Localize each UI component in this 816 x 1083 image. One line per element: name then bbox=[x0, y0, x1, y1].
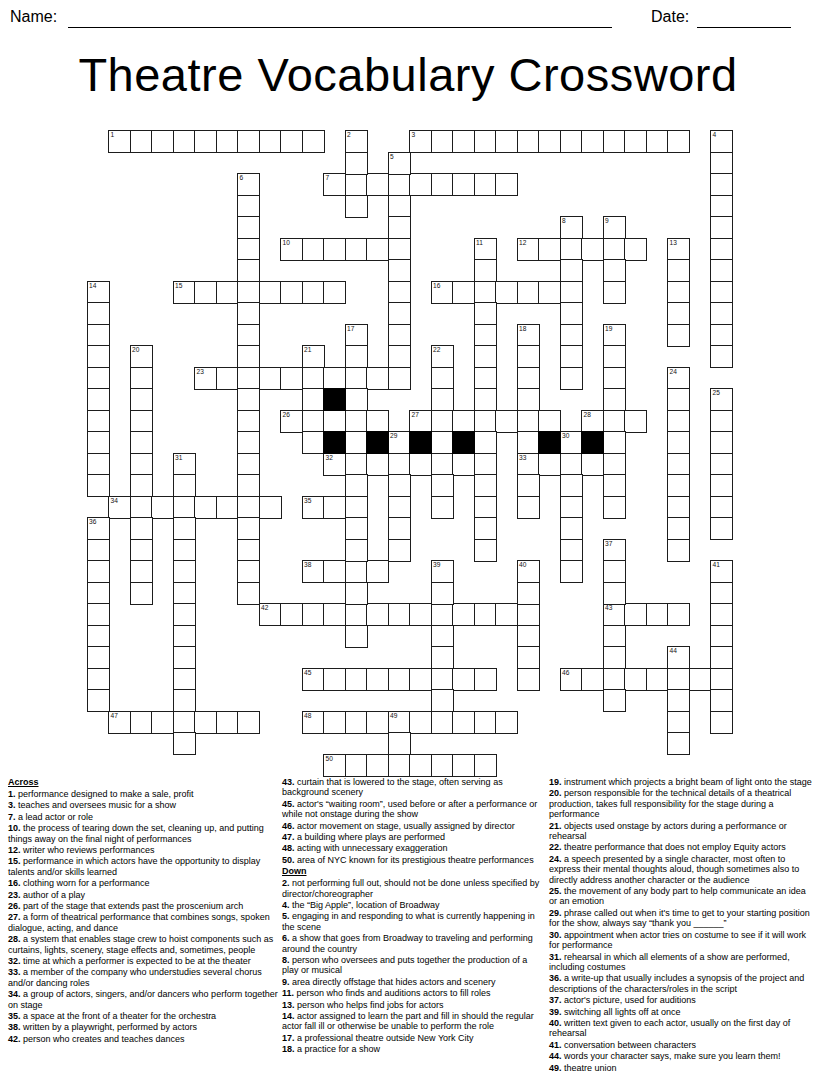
grid-cell[interactable] bbox=[474, 302, 497, 325]
grid-cell[interactable] bbox=[302, 603, 325, 626]
grid-cell[interactable] bbox=[495, 603, 518, 626]
grid-cell[interactable] bbox=[237, 367, 260, 390]
grid-cell[interactable] bbox=[667, 130, 690, 153]
grid-cell[interactable] bbox=[474, 711, 497, 734]
grid-cell[interactable] bbox=[710, 646, 733, 669]
grid-cell[interactable] bbox=[431, 367, 454, 390]
grid-cell[interactable] bbox=[323, 496, 346, 519]
grid-cell[interactable] bbox=[173, 646, 196, 669]
grid-cell[interactable] bbox=[130, 539, 153, 562]
grid-cell[interactable] bbox=[474, 345, 497, 368]
grid-cell[interactable] bbox=[237, 453, 260, 476]
grid-cell[interactable] bbox=[431, 130, 454, 153]
grid-cell[interactable] bbox=[667, 517, 690, 540]
grid-cell[interactable] bbox=[495, 173, 518, 196]
grid-cell[interactable] bbox=[237, 302, 260, 325]
name-blank-line[interactable] bbox=[68, 9, 612, 28]
grid-cell[interactable] bbox=[323, 410, 346, 433]
grid-cell[interactable] bbox=[517, 668, 540, 691]
grid-cell[interactable] bbox=[259, 281, 282, 304]
grid-cell[interactable] bbox=[431, 453, 454, 476]
grid-cell[interactable] bbox=[237, 496, 260, 519]
grid-cell[interactable] bbox=[237, 539, 260, 562]
grid-cell[interactable] bbox=[173, 689, 196, 712]
grid-cell[interactable]: 50 bbox=[323, 754, 346, 777]
grid-cell[interactable] bbox=[173, 668, 196, 691]
grid-cell[interactable] bbox=[388, 539, 411, 562]
grid-cell[interactable] bbox=[87, 345, 110, 368]
grid-cell[interactable]: 39 bbox=[431, 560, 454, 583]
grid-cell[interactable] bbox=[431, 496, 454, 519]
grid-cell[interactable]: 37 bbox=[603, 539, 626, 562]
grid-cell[interactable] bbox=[517, 345, 540, 368]
grid-cell[interactable] bbox=[366, 410, 389, 433]
grid-cell[interactable] bbox=[87, 603, 110, 626]
grid-cell[interactable] bbox=[388, 302, 411, 325]
grid-cell[interactable] bbox=[603, 453, 626, 476]
grid-cell[interactable] bbox=[173, 625, 196, 648]
grid-cell[interactable] bbox=[345, 474, 368, 497]
grid-cell[interactable] bbox=[345, 539, 368, 562]
grid-cell[interactable] bbox=[603, 259, 626, 282]
grid-cell[interactable] bbox=[710, 668, 733, 691]
grid-cell[interactable] bbox=[581, 238, 604, 261]
grid-cell[interactable] bbox=[603, 582, 626, 605]
grid-cell[interactable] bbox=[87, 367, 110, 390]
grid-cell[interactable] bbox=[495, 410, 518, 433]
grid-cell[interactable] bbox=[323, 238, 346, 261]
grid-cell[interactable] bbox=[302, 238, 325, 261]
grid-cell[interactable] bbox=[87, 388, 110, 411]
grid-cell[interactable] bbox=[388, 668, 411, 691]
grid-cell[interactable] bbox=[130, 388, 153, 411]
grid-cell[interactable] bbox=[710, 152, 733, 175]
grid-cell[interactable] bbox=[517, 646, 540, 669]
grid-cell[interactable] bbox=[603, 668, 626, 691]
grid-cell[interactable] bbox=[130, 431, 153, 454]
grid-cell[interactable] bbox=[87, 474, 110, 497]
grid-cell[interactable] bbox=[87, 560, 110, 583]
grid-cell[interactable] bbox=[667, 603, 690, 626]
grid-cell[interactable] bbox=[323, 367, 346, 390]
grid-cell[interactable] bbox=[345, 625, 368, 648]
grid-cell[interactable]: 23 bbox=[194, 367, 217, 390]
grid-cell[interactable]: 15 bbox=[173, 281, 196, 304]
grid-cell[interactable] bbox=[710, 689, 733, 712]
grid-cell[interactable] bbox=[366, 711, 389, 734]
grid-cell[interactable] bbox=[345, 517, 368, 540]
grid-cell[interactable] bbox=[345, 711, 368, 734]
grid-cell[interactable] bbox=[710, 173, 733, 196]
grid-cell[interactable] bbox=[710, 259, 733, 282]
grid-cell[interactable] bbox=[710, 324, 733, 347]
grid-cell[interactable]: 45 bbox=[302, 668, 325, 691]
grid-cell[interactable] bbox=[517, 130, 540, 153]
grid-cell[interactable] bbox=[173, 603, 196, 626]
grid-cell[interactable] bbox=[87, 668, 110, 691]
grid-cell[interactable]: 47 bbox=[108, 711, 131, 734]
grid-cell[interactable] bbox=[474, 281, 497, 304]
grid-cell[interactable] bbox=[517, 603, 540, 626]
grid-cell[interactable] bbox=[646, 668, 669, 691]
grid-cell[interactable]: 3 bbox=[409, 130, 432, 153]
grid-cell[interactable] bbox=[624, 603, 647, 626]
grid-cell[interactable]: 49 bbox=[388, 711, 411, 734]
grid-cell[interactable] bbox=[474, 474, 497, 497]
grid-cell[interactable] bbox=[366, 560, 389, 583]
grid-cell[interactable] bbox=[474, 324, 497, 347]
grid-cell[interactable] bbox=[345, 453, 368, 476]
grid-cell[interactable] bbox=[560, 474, 583, 497]
grid-cell[interactable]: 13 bbox=[667, 238, 690, 261]
grid-cell[interactable] bbox=[173, 474, 196, 497]
grid-cell[interactable] bbox=[388, 732, 411, 755]
grid-cell[interactable]: 10 bbox=[280, 238, 303, 261]
grid-cell[interactable] bbox=[388, 496, 411, 519]
grid-cell[interactable] bbox=[366, 603, 389, 626]
grid-cell[interactable] bbox=[345, 668, 368, 691]
grid-cell[interactable] bbox=[302, 367, 325, 390]
grid-cell[interactable] bbox=[538, 410, 561, 433]
grid-cell[interactable] bbox=[388, 754, 411, 777]
grid-cell[interactable] bbox=[710, 582, 733, 605]
grid-cell[interactable] bbox=[517, 367, 540, 390]
grid-cell[interactable] bbox=[431, 388, 454, 411]
grid-cell[interactable]: 25 bbox=[710, 388, 733, 411]
grid-cell[interactable] bbox=[366, 453, 389, 476]
grid-cell[interactable] bbox=[560, 302, 583, 325]
grid-cell[interactable] bbox=[452, 453, 475, 476]
grid-cell[interactable]: 2 bbox=[345, 130, 368, 153]
grid-cell[interactable] bbox=[323, 560, 346, 583]
grid-cell[interactable] bbox=[87, 646, 110, 669]
grid-cell[interactable] bbox=[452, 603, 475, 626]
grid-cell[interactable] bbox=[302, 410, 325, 433]
grid-cell[interactable] bbox=[323, 281, 346, 304]
grid-cell[interactable] bbox=[603, 238, 626, 261]
grid-cell[interactable] bbox=[345, 431, 368, 454]
grid-cell[interactable] bbox=[87, 431, 110, 454]
grid-cell[interactable] bbox=[667, 388, 690, 411]
grid-cell[interactable] bbox=[560, 324, 583, 347]
grid-cell[interactable] bbox=[603, 130, 626, 153]
grid-cell[interactable] bbox=[560, 517, 583, 540]
grid-cell[interactable]: 14 bbox=[87, 281, 110, 304]
grid-cell[interactable] bbox=[259, 496, 282, 519]
grid-cell[interactable] bbox=[130, 367, 153, 390]
grid-cell[interactable] bbox=[388, 603, 411, 626]
grid-cell[interactable]: 41 bbox=[710, 560, 733, 583]
grid-cell[interactable] bbox=[667, 410, 690, 433]
grid-cell[interactable] bbox=[603, 431, 626, 454]
grid-cell[interactable] bbox=[474, 754, 497, 777]
grid-cell[interactable] bbox=[302, 281, 325, 304]
grid-cell[interactable] bbox=[87, 582, 110, 605]
grid-cell[interactable] bbox=[130, 711, 153, 734]
grid-cell[interactable] bbox=[280, 130, 303, 153]
grid-cell[interactable] bbox=[323, 711, 346, 734]
grid-cell[interactable] bbox=[194, 496, 217, 519]
grid-cell[interactable]: 48 bbox=[302, 711, 325, 734]
grid-cell[interactable] bbox=[667, 281, 690, 304]
grid-cell[interactable] bbox=[710, 238, 733, 261]
grid-cell[interactable] bbox=[517, 474, 540, 497]
grid-cell[interactable] bbox=[710, 496, 733, 519]
grid-cell[interactable] bbox=[130, 410, 153, 433]
grid-cell[interactable] bbox=[323, 668, 346, 691]
grid-cell[interactable]: 44 bbox=[667, 646, 690, 669]
grid-cell[interactable] bbox=[603, 646, 626, 669]
grid-cell[interactable] bbox=[345, 560, 368, 583]
grid-cell[interactable] bbox=[388, 259, 411, 282]
grid-cell[interactable]: 42 bbox=[259, 603, 282, 626]
grid-cell[interactable] bbox=[603, 560, 626, 583]
grid-cell[interactable] bbox=[280, 603, 303, 626]
grid-cell[interactable] bbox=[237, 711, 260, 734]
grid-cell[interactable] bbox=[603, 496, 626, 519]
grid-cell[interactable] bbox=[345, 410, 368, 433]
grid-cell[interactable] bbox=[603, 625, 626, 648]
grid-cell[interactable] bbox=[388, 367, 411, 390]
grid-cell[interactable] bbox=[624, 668, 647, 691]
grid-cell[interactable] bbox=[667, 711, 690, 734]
grid-cell[interactable] bbox=[452, 711, 475, 734]
grid-cell[interactable] bbox=[173, 582, 196, 605]
grid-cell[interactable] bbox=[237, 582, 260, 605]
grid-cell[interactable] bbox=[603, 410, 626, 433]
grid-cell[interactable] bbox=[710, 216, 733, 239]
grid-cell[interactable] bbox=[366, 173, 389, 196]
grid-cell[interactable]: 7 bbox=[323, 173, 346, 196]
grid-cell[interactable] bbox=[581, 453, 604, 476]
grid-cell[interactable] bbox=[474, 130, 497, 153]
grid-cell[interactable] bbox=[173, 496, 196, 519]
grid-cell[interactable] bbox=[560, 496, 583, 519]
grid-cell[interactable] bbox=[667, 496, 690, 519]
grid-cell[interactable] bbox=[667, 668, 690, 691]
grid-cell[interactable]: 12 bbox=[517, 238, 540, 261]
grid-cell[interactable] bbox=[409, 711, 432, 734]
grid-cell[interactable] bbox=[538, 238, 561, 261]
grid-cell[interactable] bbox=[388, 281, 411, 304]
grid-cell[interactable] bbox=[431, 646, 454, 669]
grid-cell[interactable] bbox=[388, 195, 411, 218]
grid-cell[interactable]: 16 bbox=[431, 281, 454, 304]
grid-cell[interactable]: 28 bbox=[581, 410, 604, 433]
grid-cell[interactable] bbox=[538, 281, 561, 304]
grid-cell[interactable] bbox=[345, 345, 368, 368]
grid-cell[interactable] bbox=[345, 195, 368, 218]
grid-cell[interactable] bbox=[517, 281, 540, 304]
grid-cell[interactable] bbox=[474, 453, 497, 476]
grid-cell[interactable] bbox=[345, 496, 368, 519]
grid-cell[interactable] bbox=[130, 474, 153, 497]
grid-cell[interactable]: 36 bbox=[87, 517, 110, 540]
grid-cell[interactable] bbox=[474, 431, 497, 454]
grid-cell[interactable] bbox=[603, 367, 626, 390]
date-blank-line[interactable] bbox=[697, 9, 791, 28]
grid-cell[interactable] bbox=[173, 130, 196, 153]
grid-cell[interactable] bbox=[87, 302, 110, 325]
grid-cell[interactable]: 43 bbox=[603, 603, 626, 626]
grid-cell[interactable] bbox=[302, 388, 325, 411]
grid-cell[interactable]: 24 bbox=[667, 367, 690, 390]
grid-cell[interactable] bbox=[667, 324, 690, 347]
grid-cell[interactable]: 4 bbox=[710, 130, 733, 153]
grid-cell[interactable] bbox=[345, 238, 368, 261]
grid-cell[interactable] bbox=[667, 474, 690, 497]
grid-cell[interactable] bbox=[560, 560, 583, 583]
grid-cell[interactable] bbox=[237, 195, 260, 218]
grid-cell[interactable] bbox=[560, 367, 583, 390]
grid-cell[interactable] bbox=[216, 281, 239, 304]
grid-cell[interactable] bbox=[667, 431, 690, 454]
grid-cell[interactable] bbox=[173, 539, 196, 562]
grid-cell[interactable] bbox=[323, 603, 346, 626]
grid-cell[interactable] bbox=[259, 130, 282, 153]
grid-cell[interactable] bbox=[710, 474, 733, 497]
grid-cell[interactable] bbox=[237, 130, 260, 153]
grid-cell[interactable] bbox=[452, 173, 475, 196]
grid-cell[interactable] bbox=[667, 732, 690, 755]
grid-cell[interactable] bbox=[431, 431, 454, 454]
grid-cell[interactable] bbox=[517, 582, 540, 605]
grid-cell[interactable] bbox=[366, 754, 389, 777]
grid-cell[interactable] bbox=[452, 754, 475, 777]
grid-cell[interactable]: 6 bbox=[237, 173, 260, 196]
grid-cell[interactable]: 27 bbox=[409, 410, 432, 433]
grid-cell[interactable] bbox=[216, 496, 239, 519]
grid-cell[interactable] bbox=[87, 410, 110, 433]
grid-cell[interactable] bbox=[431, 668, 454, 691]
grid-cell[interactable] bbox=[474, 539, 497, 562]
grid-cell[interactable] bbox=[130, 560, 153, 583]
grid-cell[interactable]: 38 bbox=[302, 560, 325, 583]
grid-cell[interactable] bbox=[667, 302, 690, 325]
grid-cell[interactable] bbox=[237, 410, 260, 433]
grid-cell[interactable] bbox=[431, 689, 454, 712]
grid-cell[interactable] bbox=[87, 689, 110, 712]
grid-cell[interactable] bbox=[452, 410, 475, 433]
grid-cell[interactable] bbox=[560, 345, 583, 368]
grid-cell[interactable] bbox=[495, 281, 518, 304]
grid-cell[interactable] bbox=[388, 474, 411, 497]
grid-cell[interactable] bbox=[474, 173, 497, 196]
grid-cell[interactable] bbox=[431, 582, 454, 605]
grid-cell[interactable] bbox=[409, 453, 432, 476]
grid-cell[interactable]: 31 bbox=[173, 453, 196, 476]
grid-cell[interactable] bbox=[495, 130, 518, 153]
grid-cell[interactable]: 11 bbox=[474, 238, 497, 261]
grid-cell[interactable]: 22 bbox=[431, 345, 454, 368]
grid-cell[interactable] bbox=[173, 711, 196, 734]
grid-cell[interactable] bbox=[388, 216, 411, 239]
grid-cell[interactable] bbox=[237, 238, 260, 261]
grid-cell[interactable] bbox=[345, 173, 368, 196]
grid-cell[interactable] bbox=[603, 689, 626, 712]
grid-cell[interactable] bbox=[431, 711, 454, 734]
grid-cell[interactable] bbox=[388, 173, 411, 196]
grid-cell[interactable] bbox=[431, 474, 454, 497]
grid-cell[interactable] bbox=[710, 625, 733, 648]
grid-cell[interactable] bbox=[130, 130, 153, 153]
grid-cell[interactable] bbox=[603, 281, 626, 304]
grid-cell[interactable] bbox=[667, 259, 690, 282]
grid-cell[interactable] bbox=[194, 711, 217, 734]
grid-cell[interactable]: 19 bbox=[603, 324, 626, 347]
grid-cell[interactable] bbox=[280, 367, 303, 390]
grid-cell[interactable] bbox=[517, 431, 540, 454]
grid-cell[interactable] bbox=[431, 603, 454, 626]
grid-cell[interactable]: 18 bbox=[517, 324, 540, 347]
grid-cell[interactable] bbox=[87, 324, 110, 347]
grid-cell[interactable] bbox=[216, 367, 239, 390]
grid-cell[interactable] bbox=[130, 582, 153, 605]
grid-cell[interactable] bbox=[689, 668, 712, 691]
grid-cell[interactable] bbox=[237, 216, 260, 239]
grid-cell[interactable] bbox=[603, 388, 626, 411]
grid-cell[interactable]: 1 bbox=[108, 130, 131, 153]
grid-cell[interactable] bbox=[581, 668, 604, 691]
grid-cell[interactable]: 32 bbox=[323, 453, 346, 476]
grid-cell[interactable] bbox=[388, 453, 411, 476]
grid-cell[interactable] bbox=[366, 238, 389, 261]
grid-cell[interactable] bbox=[280, 281, 303, 304]
grid-cell[interactable] bbox=[517, 410, 540, 433]
grid-cell[interactable] bbox=[667, 539, 690, 562]
grid-cell[interactable]: 40 bbox=[517, 560, 540, 583]
grid-cell[interactable] bbox=[173, 560, 196, 583]
grid-cell[interactable] bbox=[366, 367, 389, 390]
grid-cell[interactable] bbox=[517, 388, 540, 411]
grid-cell[interactable] bbox=[517, 625, 540, 648]
grid-cell[interactable] bbox=[538, 130, 561, 153]
grid-cell[interactable] bbox=[560, 453, 583, 476]
grid-cell[interactable] bbox=[409, 603, 432, 626]
grid-cell[interactable] bbox=[431, 173, 454, 196]
grid-cell[interactable]: 9 bbox=[603, 216, 626, 239]
grid-cell[interactable] bbox=[130, 496, 153, 519]
grid-cell[interactable] bbox=[538, 453, 561, 476]
grid-cell[interactable] bbox=[237, 431, 260, 454]
grid-cell[interactable] bbox=[474, 603, 497, 626]
grid-cell[interactable]: 8 bbox=[560, 216, 583, 239]
grid-cell[interactable] bbox=[624, 130, 647, 153]
grid-cell[interactable] bbox=[194, 281, 217, 304]
grid-cell[interactable] bbox=[710, 281, 733, 304]
grid-cell[interactable] bbox=[216, 130, 239, 153]
grid-cell[interactable] bbox=[237, 388, 260, 411]
grid-cell[interactable] bbox=[345, 152, 368, 175]
grid-cell[interactable] bbox=[388, 345, 411, 368]
grid-cell[interactable] bbox=[560, 259, 583, 282]
grid-cell[interactable] bbox=[151, 496, 174, 519]
grid-cell[interactable] bbox=[130, 453, 153, 476]
grid-cell[interactable]: 17 bbox=[345, 324, 368, 347]
grid-cell[interactable] bbox=[237, 560, 260, 583]
grid-cell[interactable] bbox=[603, 345, 626, 368]
grid-cell[interactable]: 5 bbox=[388, 152, 411, 175]
grid-cell[interactable] bbox=[345, 388, 368, 411]
grid-cell[interactable] bbox=[452, 668, 475, 691]
grid-cell[interactable] bbox=[474, 410, 497, 433]
grid-cell[interactable] bbox=[302, 431, 325, 454]
grid-cell[interactable] bbox=[366, 668, 389, 691]
grid-cell[interactable] bbox=[151, 711, 174, 734]
grid-cell[interactable] bbox=[151, 130, 174, 153]
grid-cell[interactable] bbox=[474, 668, 497, 691]
grid-cell[interactable] bbox=[710, 453, 733, 476]
